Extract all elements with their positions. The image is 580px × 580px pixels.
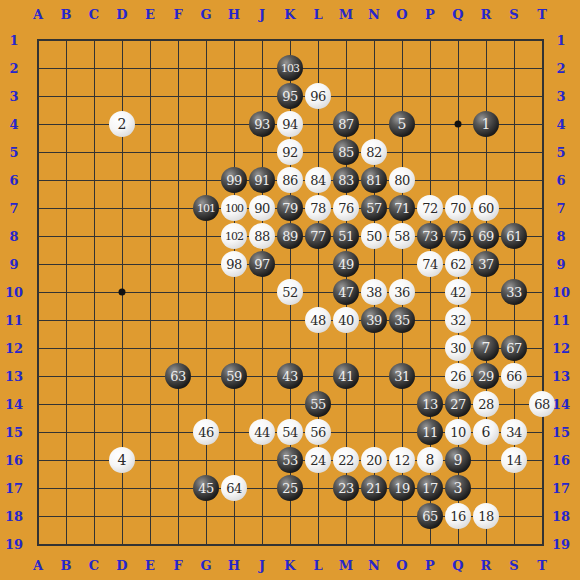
move-number: 13 bbox=[422, 398, 438, 411]
row-label-left-6: 6 bbox=[9, 174, 18, 187]
move-number: 43 bbox=[282, 370, 298, 383]
column-label-bottom-R: R bbox=[481, 559, 492, 572]
stone-white-10-Q15: 10 bbox=[445, 419, 471, 445]
stone-black-65-P18: 65 bbox=[417, 503, 443, 529]
move-number: 83 bbox=[338, 174, 354, 187]
move-number: 56 bbox=[310, 426, 326, 439]
stone-black-97-J9: 97 bbox=[249, 251, 275, 277]
row-label-left-15: 15 bbox=[5, 426, 23, 439]
stone-white-26-Q13: 26 bbox=[445, 363, 471, 389]
stone-white-52-K10: 52 bbox=[277, 279, 303, 305]
stone-white-100-H7: 100 bbox=[221, 195, 247, 221]
move-number: 37 bbox=[478, 258, 494, 271]
stone-white-60-R7: 60 bbox=[473, 195, 499, 221]
column-label-top-R: R bbox=[481, 8, 492, 21]
column-label-bottom-Q: Q bbox=[452, 559, 463, 572]
move-number: 61 bbox=[506, 230, 522, 243]
stone-black-73-P8: 73 bbox=[417, 223, 443, 249]
stone-white-24-L16: 24 bbox=[305, 447, 331, 473]
move-number: 85 bbox=[338, 146, 354, 159]
star-point-Q4 bbox=[455, 121, 462, 128]
row-label-left-10: 10 bbox=[5, 286, 23, 299]
move-number: 58 bbox=[394, 230, 410, 243]
stone-black-69-R8: 69 bbox=[473, 223, 499, 249]
move-number: 9 bbox=[454, 453, 463, 467]
row-label-right-5: 5 bbox=[556, 146, 565, 159]
move-number: 89 bbox=[282, 230, 298, 243]
move-number: 2 bbox=[118, 117, 127, 131]
move-number: 25 bbox=[282, 482, 298, 495]
stone-black-87-M4: 87 bbox=[333, 111, 359, 137]
column-label-top-A: A bbox=[33, 8, 43, 21]
move-number: 77 bbox=[310, 230, 326, 243]
stone-white-84-L6: 84 bbox=[305, 167, 331, 193]
move-number: 69 bbox=[478, 230, 494, 243]
stone-black-63-F13: 63 bbox=[165, 363, 191, 389]
move-number: 66 bbox=[506, 370, 522, 383]
column-label-bottom-G: G bbox=[200, 559, 211, 572]
stone-white-96-L3: 96 bbox=[305, 83, 331, 109]
move-number: 57 bbox=[366, 202, 382, 215]
stone-white-98-H9: 98 bbox=[221, 251, 247, 277]
move-number: 27 bbox=[450, 398, 466, 411]
stone-black-57-N7: 57 bbox=[361, 195, 387, 221]
stone-black-103-K2: 103 bbox=[277, 55, 303, 81]
move-number: 21 bbox=[366, 482, 382, 495]
star-point-D10 bbox=[119, 289, 126, 296]
stone-black-59-H13: 59 bbox=[221, 363, 247, 389]
move-number: 3 bbox=[454, 481, 463, 495]
move-number: 14 bbox=[506, 454, 522, 467]
stone-black-17-P17: 17 bbox=[417, 475, 443, 501]
column-label-bottom-L: L bbox=[313, 559, 322, 572]
row-label-left-18: 18 bbox=[5, 510, 23, 523]
stone-white-14-S16: 14 bbox=[501, 447, 527, 473]
move-number: 93 bbox=[254, 118, 270, 131]
column-label-bottom-K: K bbox=[284, 559, 295, 572]
stone-black-41-M13: 41 bbox=[333, 363, 359, 389]
column-label-top-T: T bbox=[537, 8, 547, 21]
move-number: 30 bbox=[450, 342, 466, 355]
column-label-top-N: N bbox=[368, 8, 380, 21]
row-label-left-5: 5 bbox=[9, 146, 18, 159]
move-number: 12 bbox=[394, 454, 410, 467]
stone-black-35-O11: 35 bbox=[389, 307, 415, 333]
column-label-bottom-N: N bbox=[368, 559, 380, 572]
move-number: 70 bbox=[450, 202, 466, 215]
stone-white-86-K6: 86 bbox=[277, 167, 303, 193]
move-number: 36 bbox=[394, 286, 410, 299]
move-number: 94 bbox=[282, 118, 298, 131]
stone-white-16-Q18: 16 bbox=[445, 503, 471, 529]
stone-white-22-M16: 22 bbox=[333, 447, 359, 473]
column-label-top-C: C bbox=[89, 8, 99, 21]
move-number: 26 bbox=[450, 370, 466, 383]
stone-white-90-J7: 90 bbox=[249, 195, 275, 221]
stone-white-62-Q9: 62 bbox=[445, 251, 471, 277]
stone-black-71-O7: 71 bbox=[389, 195, 415, 221]
column-label-bottom-B: B bbox=[61, 559, 72, 572]
column-label-bottom-F: F bbox=[173, 559, 182, 572]
stone-white-94-K4: 94 bbox=[277, 111, 303, 137]
stone-black-89-K8: 89 bbox=[277, 223, 303, 249]
move-number: 55 bbox=[310, 398, 326, 411]
stone-white-54-K15: 54 bbox=[277, 419, 303, 445]
move-number: 44 bbox=[254, 426, 270, 439]
stone-white-2-D4: 2 bbox=[109, 111, 135, 137]
stone-black-93-J4: 93 bbox=[249, 111, 275, 137]
move-number: 90 bbox=[254, 202, 270, 215]
stone-white-58-O8: 58 bbox=[389, 223, 415, 249]
stone-black-23-M17: 23 bbox=[333, 475, 359, 501]
move-number: 18 bbox=[478, 510, 494, 523]
column-label-bottom-H: H bbox=[228, 559, 240, 572]
move-number: 32 bbox=[450, 314, 466, 327]
move-number: 6 bbox=[482, 425, 491, 439]
stone-black-37-R9: 37 bbox=[473, 251, 499, 277]
row-label-left-11: 11 bbox=[5, 314, 23, 327]
row-label-right-17: 17 bbox=[552, 482, 570, 495]
stone-black-9-Q16: 9 bbox=[445, 447, 471, 473]
move-number: 47 bbox=[338, 286, 354, 299]
stone-black-43-K13: 43 bbox=[277, 363, 303, 389]
move-number: 8 bbox=[426, 453, 435, 467]
column-label-top-J: J bbox=[259, 8, 265, 21]
move-number: 49 bbox=[338, 258, 354, 271]
stone-white-70-Q7: 70 bbox=[445, 195, 471, 221]
column-label-top-B: B bbox=[61, 8, 72, 21]
move-number: 46 bbox=[198, 426, 214, 439]
move-number: 81 bbox=[366, 174, 382, 187]
row-label-right-19: 19 bbox=[552, 538, 570, 551]
move-number: 41 bbox=[338, 370, 354, 383]
stone-black-83-M6: 83 bbox=[333, 167, 359, 193]
stone-white-20-N16: 20 bbox=[361, 447, 387, 473]
column-label-top-H: H bbox=[228, 8, 240, 21]
move-number: 35 bbox=[394, 314, 410, 327]
stone-black-77-L8: 77 bbox=[305, 223, 331, 249]
stone-black-67-S12: 67 bbox=[501, 335, 527, 361]
column-label-top-E: E bbox=[145, 8, 155, 21]
stone-white-80-O6: 80 bbox=[389, 167, 415, 193]
stone-white-44-J15: 44 bbox=[249, 419, 275, 445]
move-number: 87 bbox=[338, 118, 354, 131]
move-number: 92 bbox=[282, 146, 298, 159]
row-label-left-8: 8 bbox=[9, 230, 18, 243]
move-number: 42 bbox=[450, 286, 466, 299]
row-label-left-2: 2 bbox=[9, 62, 18, 75]
move-number: 54 bbox=[282, 426, 298, 439]
stone-black-85-M5: 85 bbox=[333, 139, 359, 165]
move-number: 33 bbox=[506, 286, 522, 299]
stone-black-1-R4: 1 bbox=[473, 111, 499, 137]
stone-white-6-R15: 6 bbox=[473, 419, 499, 445]
stone-black-3-Q17: 3 bbox=[445, 475, 471, 501]
column-label-bottom-P: P bbox=[425, 559, 435, 572]
stone-white-82-N5: 82 bbox=[361, 139, 387, 165]
row-label-right-10: 10 bbox=[552, 286, 570, 299]
row-label-right-1: 1 bbox=[556, 34, 565, 47]
stone-white-42-Q10: 42 bbox=[445, 279, 471, 305]
move-number: 64 bbox=[226, 482, 242, 495]
move-number: 24 bbox=[310, 454, 326, 467]
row-label-right-15: 15 bbox=[552, 426, 570, 439]
stone-white-34-S15: 34 bbox=[501, 419, 527, 445]
move-number: 5 bbox=[398, 117, 407, 131]
column-label-top-L: L bbox=[313, 8, 322, 21]
stone-white-38-N10: 38 bbox=[361, 279, 387, 305]
stone-white-32-Q11: 32 bbox=[445, 307, 471, 333]
move-number: 50 bbox=[366, 230, 382, 243]
row-label-left-9: 9 bbox=[9, 258, 18, 271]
move-number: 23 bbox=[338, 482, 354, 495]
stone-white-48-L11: 48 bbox=[305, 307, 331, 333]
stone-black-5-O4: 5 bbox=[389, 111, 415, 137]
move-number: 11 bbox=[422, 426, 438, 439]
move-number: 95 bbox=[282, 90, 298, 103]
stone-white-30-Q12: 30 bbox=[445, 335, 471, 361]
column-label-top-K: K bbox=[284, 8, 295, 21]
stone-black-25-K17: 25 bbox=[277, 475, 303, 501]
row-label-left-14: 14 bbox=[5, 398, 23, 411]
move-number: 31 bbox=[394, 370, 410, 383]
move-number: 63 bbox=[170, 370, 186, 383]
stone-white-28-R14: 28 bbox=[473, 391, 499, 417]
stone-white-74-P9: 74 bbox=[417, 251, 443, 277]
stone-black-21-N17: 21 bbox=[361, 475, 387, 501]
move-number: 4 bbox=[118, 453, 127, 467]
move-number: 88 bbox=[254, 230, 270, 243]
row-label-left-16: 16 bbox=[5, 454, 23, 467]
stone-black-11-P15: 11 bbox=[417, 419, 443, 445]
stone-black-95-K3: 95 bbox=[277, 83, 303, 109]
stone-white-4-D16: 4 bbox=[109, 447, 135, 473]
column-label-top-G: G bbox=[200, 8, 211, 21]
move-number: 29 bbox=[478, 370, 494, 383]
column-label-bottom-T: T bbox=[537, 559, 547, 572]
move-number: 71 bbox=[394, 202, 410, 215]
move-number: 16 bbox=[450, 510, 466, 523]
column-label-top-Q: Q bbox=[452, 8, 463, 21]
move-number: 62 bbox=[450, 258, 466, 271]
move-number: 75 bbox=[450, 230, 466, 243]
row-label-right-2: 2 bbox=[556, 62, 565, 75]
move-number: 86 bbox=[282, 174, 298, 187]
stone-black-7-R12: 7 bbox=[473, 335, 499, 361]
move-number: 67 bbox=[506, 342, 522, 355]
stone-white-78-L7: 78 bbox=[305, 195, 331, 221]
move-number: 51 bbox=[338, 230, 354, 243]
move-number: 38 bbox=[366, 286, 382, 299]
move-number: 7 bbox=[482, 341, 491, 355]
move-number: 45 bbox=[198, 482, 214, 495]
move-number: 53 bbox=[282, 454, 298, 467]
stone-white-18-R18: 18 bbox=[473, 503, 499, 529]
move-number: 84 bbox=[310, 174, 326, 187]
stone-black-55-L14: 55 bbox=[305, 391, 331, 417]
row-label-right-8: 8 bbox=[556, 230, 565, 243]
row-label-left-3: 3 bbox=[9, 90, 18, 103]
move-number: 97 bbox=[254, 258, 270, 271]
column-label-bottom-O: O bbox=[396, 559, 407, 572]
stone-black-51-M8: 51 bbox=[333, 223, 359, 249]
stone-black-33-S10: 33 bbox=[501, 279, 527, 305]
column-label-bottom-A: A bbox=[33, 559, 43, 572]
stone-black-39-N11: 39 bbox=[361, 307, 387, 333]
row-label-left-4: 4 bbox=[9, 118, 18, 131]
column-label-top-M: M bbox=[339, 8, 353, 21]
move-number: 22 bbox=[338, 454, 354, 467]
column-label-bottom-M: M bbox=[339, 559, 353, 572]
stone-white-40-M11: 40 bbox=[333, 307, 359, 333]
move-number: 19 bbox=[394, 482, 410, 495]
stone-black-53-K16: 53 bbox=[277, 447, 303, 473]
row-label-right-3: 3 bbox=[556, 90, 565, 103]
stone-white-102-H8: 102 bbox=[221, 223, 247, 249]
column-label-top-S: S bbox=[509, 8, 518, 21]
move-number: 60 bbox=[478, 202, 494, 215]
move-number: 40 bbox=[338, 314, 354, 327]
move-number: 78 bbox=[310, 202, 326, 215]
stone-black-75-Q8: 75 bbox=[445, 223, 471, 249]
go-board: AABBCCDDEEFFGGHHJJKKLLMMNNOOPPQQRRSSTT11… bbox=[0, 0, 580, 580]
move-number: 99 bbox=[226, 174, 242, 187]
column-label-top-D: D bbox=[116, 8, 127, 21]
stone-white-46-G15: 46 bbox=[193, 419, 219, 445]
stone-white-66-S13: 66 bbox=[501, 363, 527, 389]
move-number: 101 bbox=[197, 203, 215, 214]
stone-white-8-P16: 8 bbox=[417, 447, 443, 473]
stone-white-76-M7: 76 bbox=[333, 195, 359, 221]
move-number: 39 bbox=[366, 314, 382, 327]
row-label-right-12: 12 bbox=[552, 342, 570, 355]
move-number: 98 bbox=[226, 258, 242, 271]
row-label-right-16: 16 bbox=[552, 454, 570, 467]
move-number: 91 bbox=[254, 174, 270, 187]
stone-black-47-M10: 47 bbox=[333, 279, 359, 305]
stone-black-31-O13: 31 bbox=[389, 363, 415, 389]
move-number: 20 bbox=[366, 454, 382, 467]
stone-black-81-N6: 81 bbox=[361, 167, 387, 193]
stone-white-12-O16: 12 bbox=[389, 447, 415, 473]
stone-white-36-O10: 36 bbox=[389, 279, 415, 305]
move-number: 79 bbox=[282, 202, 298, 215]
column-label-top-O: O bbox=[396, 8, 407, 21]
move-number: 10 bbox=[450, 426, 466, 439]
move-number: 76 bbox=[338, 202, 354, 215]
stone-black-13-P14: 13 bbox=[417, 391, 443, 417]
column-label-bottom-C: C bbox=[89, 559, 99, 572]
row-label-left-19: 19 bbox=[5, 538, 23, 551]
column-label-top-F: F bbox=[173, 8, 182, 21]
stone-white-88-J8: 88 bbox=[249, 223, 275, 249]
row-label-left-13: 13 bbox=[5, 370, 23, 383]
row-label-left-1: 1 bbox=[9, 34, 18, 47]
row-label-right-11: 11 bbox=[552, 314, 570, 327]
stone-white-50-N8: 50 bbox=[361, 223, 387, 249]
move-number: 102 bbox=[225, 231, 243, 242]
move-number: 59 bbox=[226, 370, 242, 383]
stone-white-56-L15: 56 bbox=[305, 419, 331, 445]
move-number: 73 bbox=[422, 230, 438, 243]
stone-white-68-T14: 68 bbox=[529, 391, 555, 417]
row-label-right-6: 6 bbox=[556, 174, 565, 187]
stone-black-49-M9: 49 bbox=[333, 251, 359, 277]
stone-black-19-O17: 19 bbox=[389, 475, 415, 501]
stone-white-72-P7: 72 bbox=[417, 195, 443, 221]
row-label-right-7: 7 bbox=[556, 202, 565, 215]
column-label-bottom-D: D bbox=[116, 559, 127, 572]
row-label-left-12: 12 bbox=[5, 342, 23, 355]
move-number: 17 bbox=[422, 482, 438, 495]
move-number: 103 bbox=[281, 63, 299, 74]
column-label-bottom-J: J bbox=[259, 559, 265, 572]
stone-white-92-K5: 92 bbox=[277, 139, 303, 165]
row-label-right-9: 9 bbox=[556, 258, 565, 271]
stone-black-45-G17: 45 bbox=[193, 475, 219, 501]
move-number: 34 bbox=[506, 426, 522, 439]
stone-black-29-R13: 29 bbox=[473, 363, 499, 389]
move-number: 28 bbox=[478, 398, 494, 411]
stone-black-27-Q14: 27 bbox=[445, 391, 471, 417]
column-label-top-P: P bbox=[425, 8, 435, 21]
move-number: 74 bbox=[422, 258, 438, 271]
move-number: 48 bbox=[310, 314, 326, 327]
row-label-left-7: 7 bbox=[9, 202, 18, 215]
stone-black-61-S8: 61 bbox=[501, 223, 527, 249]
row-label-right-13: 13 bbox=[552, 370, 570, 383]
move-number: 68 bbox=[534, 398, 550, 411]
stone-black-79-K7: 79 bbox=[277, 195, 303, 221]
move-number: 82 bbox=[366, 146, 382, 159]
column-label-bottom-S: S bbox=[509, 559, 518, 572]
move-number: 65 bbox=[422, 510, 438, 523]
move-number: 52 bbox=[282, 286, 298, 299]
move-number: 80 bbox=[394, 174, 410, 187]
stone-black-99-H6: 99 bbox=[221, 167, 247, 193]
stone-black-91-J6: 91 bbox=[249, 167, 275, 193]
row-label-right-4: 4 bbox=[556, 118, 565, 131]
stone-white-64-H17: 64 bbox=[221, 475, 247, 501]
row-label-left-17: 17 bbox=[5, 482, 23, 495]
stone-black-101-G7: 101 bbox=[193, 195, 219, 221]
move-number: 100 bbox=[225, 203, 243, 214]
column-label-bottom-E: E bbox=[145, 559, 155, 572]
row-label-right-18: 18 bbox=[552, 510, 570, 523]
move-number: 72 bbox=[422, 202, 438, 215]
move-number: 96 bbox=[310, 90, 326, 103]
move-number: 1 bbox=[482, 117, 491, 131]
